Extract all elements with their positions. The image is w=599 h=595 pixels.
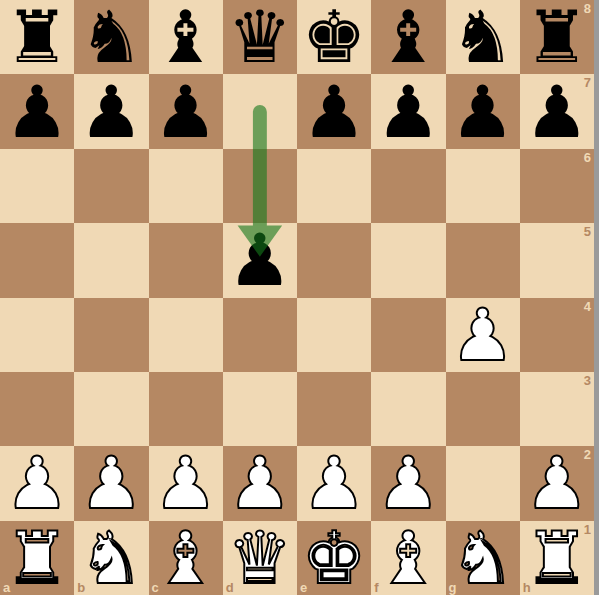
square-d5[interactable]: ♟	[223, 223, 297, 297]
coord-rank-5: 5	[584, 225, 591, 238]
square-a8[interactable]: ♜	[0, 0, 74, 74]
square-e3[interactable]	[297, 372, 371, 446]
square-c7[interactable]: ♟	[149, 74, 223, 148]
piece-black-pawn[interactable]: ♟	[5, 75, 70, 149]
square-h1[interactable]: ♜1h	[520, 521, 594, 595]
square-e1[interactable]: ♚e	[297, 521, 371, 595]
coord-rank-6: 6	[584, 151, 591, 164]
square-a5[interactable]	[0, 223, 74, 297]
piece-black-bishop[interactable]: ♝	[376, 0, 441, 74]
square-c5[interactable]	[149, 223, 223, 297]
coord-rank-7: 7	[584, 76, 591, 89]
piece-black-rook[interactable]: ♜	[5, 0, 70, 74]
coord-file-g: g	[449, 581, 457, 594]
coord-rank-8: 8	[584, 2, 591, 15]
piece-black-rook[interactable]: ♜	[525, 0, 590, 74]
square-h6[interactable]: 6	[520, 149, 594, 223]
square-b2[interactable]: ♟	[74, 446, 148, 520]
square-f7[interactable]: ♟	[371, 74, 445, 148]
piece-black-pawn[interactable]: ♟	[228, 223, 293, 297]
square-g8[interactable]: ♞	[446, 0, 520, 74]
piece-white-pawn[interactable]: ♟	[153, 446, 218, 520]
piece-white-knight[interactable]: ♞	[450, 521, 515, 595]
square-e4[interactable]	[297, 298, 371, 372]
square-c6[interactable]	[149, 149, 223, 223]
square-c1[interactable]: ♝c	[149, 521, 223, 595]
coord-rank-3: 3	[584, 374, 591, 387]
square-e8[interactable]: ♚	[297, 0, 371, 74]
square-c8[interactable]: ♝	[149, 0, 223, 74]
piece-black-pawn[interactable]: ♟	[525, 75, 590, 149]
coord-file-h: h	[523, 581, 531, 594]
piece-black-bishop[interactable]: ♝	[153, 0, 218, 74]
square-d7[interactable]	[223, 74, 297, 148]
square-f6[interactable]	[371, 149, 445, 223]
coord-rank-2: 2	[584, 448, 591, 461]
square-b3[interactable]	[74, 372, 148, 446]
square-c2[interactable]: ♟	[149, 446, 223, 520]
square-f2[interactable]: ♟	[371, 446, 445, 520]
piece-white-knight[interactable]: ♞	[79, 521, 144, 595]
square-c3[interactable]	[149, 372, 223, 446]
square-e6[interactable]	[297, 149, 371, 223]
coord-file-d: d	[226, 581, 234, 594]
square-g3[interactable]	[446, 372, 520, 446]
square-a1[interactable]: ♜a	[0, 521, 74, 595]
piece-white-pawn[interactable]: ♟	[450, 298, 515, 372]
square-h8[interactable]: ♜8	[520, 0, 594, 74]
coord-file-e: e	[300, 581, 307, 594]
right-edge-strip	[594, 0, 599, 595]
square-g5[interactable]	[446, 223, 520, 297]
coord-file-a: a	[3, 581, 10, 594]
square-d6[interactable]	[223, 149, 297, 223]
piece-black-pawn[interactable]: ♟	[376, 75, 441, 149]
piece-white-pawn[interactable]: ♟	[525, 446, 590, 520]
square-h5[interactable]: 5	[520, 223, 594, 297]
piece-white-pawn[interactable]: ♟	[5, 446, 70, 520]
coord-file-f: f	[374, 581, 378, 594]
piece-white-queen[interactable]: ♛	[228, 521, 293, 595]
square-b4[interactable]	[74, 298, 148, 372]
square-h2[interactable]: ♟2	[520, 446, 594, 520]
piece-black-pawn[interactable]: ♟	[302, 75, 367, 149]
coord-file-c: c	[152, 581, 159, 594]
piece-white-king[interactable]: ♚	[302, 521, 367, 595]
square-a4[interactable]	[0, 298, 74, 372]
piece-black-king[interactable]: ♚	[302, 0, 367, 74]
square-h7[interactable]: ♟7	[520, 74, 594, 148]
square-b8[interactable]: ♞	[74, 0, 148, 74]
piece-black-knight[interactable]: ♞	[79, 0, 144, 74]
square-a7[interactable]: ♟	[0, 74, 74, 148]
piece-black-queen[interactable]: ♛	[228, 0, 293, 74]
square-e5[interactable]	[297, 223, 371, 297]
square-g1[interactable]: ♞g	[446, 521, 520, 595]
coord-rank-4: 4	[584, 300, 591, 313]
square-e2[interactable]: ♟	[297, 446, 371, 520]
piece-white-rook[interactable]: ♜	[525, 521, 590, 595]
square-f3[interactable]	[371, 372, 445, 446]
square-h3[interactable]: 3	[520, 372, 594, 446]
piece-black-knight[interactable]: ♞	[450, 0, 515, 74]
square-g7[interactable]: ♟	[446, 74, 520, 148]
coord-rank-1: 1	[584, 523, 591, 536]
square-f4[interactable]	[371, 298, 445, 372]
piece-white-pawn[interactable]: ♟	[79, 446, 144, 520]
square-g6[interactable]	[446, 149, 520, 223]
square-f8[interactable]: ♝	[371, 0, 445, 74]
square-a2[interactable]: ♟	[0, 446, 74, 520]
piece-white-pawn[interactable]: ♟	[228, 446, 293, 520]
piece-black-pawn[interactable]: ♟	[79, 75, 144, 149]
chess-board[interactable]: ♜♞♝♛♚♝♞♜8♟♟♟♟♟♟♟76♟5♟43♟♟♟♟♟♟♟2♜a♞b♝c♛d♚…	[0, 0, 594, 595]
square-g4[interactable]: ♟	[446, 298, 520, 372]
square-b1[interactable]: ♞b	[74, 521, 148, 595]
square-a3[interactable]	[0, 372, 74, 446]
square-a6[interactable]	[0, 149, 74, 223]
square-d4[interactable]	[223, 298, 297, 372]
square-b5[interactable]	[74, 223, 148, 297]
piece-black-pawn[interactable]: ♟	[153, 75, 218, 149]
square-d2[interactable]: ♟	[223, 446, 297, 520]
square-f1[interactable]: ♝f	[371, 521, 445, 595]
piece-black-pawn[interactable]: ♟	[450, 75, 515, 149]
square-g2[interactable]	[446, 446, 520, 520]
square-d1[interactable]: ♛d	[223, 521, 297, 595]
square-h4[interactable]: 4	[520, 298, 594, 372]
square-e7[interactable]: ♟	[297, 74, 371, 148]
piece-white-pawn[interactable]: ♟	[376, 446, 441, 520]
square-b7[interactable]: ♟	[74, 74, 148, 148]
piece-white-bishop[interactable]: ♝	[153, 521, 218, 595]
piece-white-pawn[interactable]: ♟	[302, 446, 367, 520]
square-b6[interactable]	[74, 149, 148, 223]
square-c4[interactable]	[149, 298, 223, 372]
square-f5[interactable]	[371, 223, 445, 297]
piece-white-bishop[interactable]: ♝	[376, 521, 441, 595]
square-d8[interactable]: ♛	[223, 0, 297, 74]
coord-file-b: b	[77, 581, 85, 594]
square-d3[interactable]	[223, 372, 297, 446]
piece-white-rook[interactable]: ♜	[5, 521, 70, 595]
